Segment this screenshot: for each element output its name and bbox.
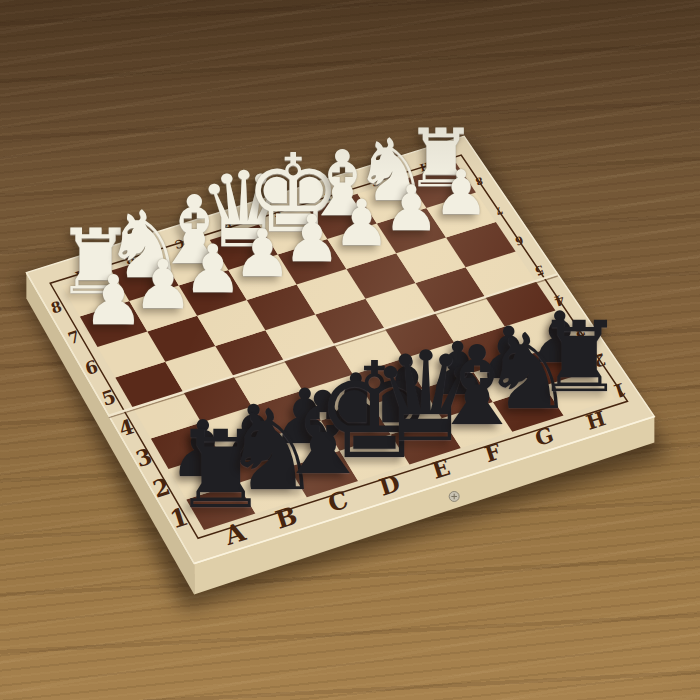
chess-board: AABBCCDDEEFFGGHH1122334455667788 [0, 0, 700, 700]
photo-scene: AABBCCDDEEFFGGHH1122334455667788 ♜♞♝♛♚♝♞… [0, 0, 700, 700]
